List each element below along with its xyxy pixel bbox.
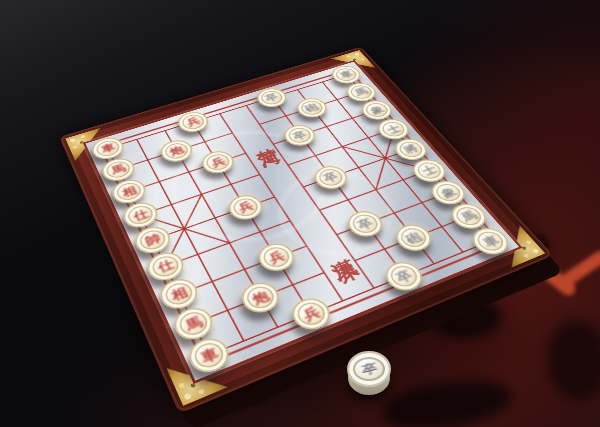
piece-glyph: 卒: [291, 130, 309, 142]
piece-glyph: 車: [480, 233, 501, 248]
red-piece-兵[interactable]: 兵: [286, 294, 336, 335]
piece-glyph: 仕: [132, 208, 150, 222]
black-piece-砲[interactable]: 砲: [390, 221, 438, 256]
scene: 楚河 漢界 車馬相仕帥仕相馬車炮炮兵兵兵兵兵卒卒卒卒卒砲砲車馬象士將士象馬車 卒: [0, 0, 600, 427]
backdrop-ink-blot: [548, 320, 600, 400]
piece-glyph: 將: [402, 143, 420, 155]
piece-glyph: 車: [100, 142, 117, 154]
piece-glyph: 兵: [267, 249, 287, 265]
piece-glyph: 馬: [353, 87, 370, 98]
piece-glyph: 卒: [393, 268, 414, 284]
piece-glyph: 士: [420, 164, 439, 177]
black-piece-卒[interactable]: 卒: [252, 85, 290, 110]
piece-glyph: 相: [169, 285, 189, 302]
black-piece-卒[interactable]: 卒: [379, 258, 429, 296]
piece-glyph: 象: [369, 105, 386, 116]
piece-glyph: 兵: [301, 305, 323, 323]
piece-glyph: 馬: [110, 163, 127, 176]
piece-glyph: 卒: [355, 217, 375, 232]
spare-piece-glyph: 卒: [360, 359, 378, 378]
piece-glyph: 仕: [156, 258, 176, 274]
black-piece-砲[interactable]: 砲: [292, 95, 331, 120]
piece-glyph: 砲: [303, 102, 320, 113]
piece-glyph: 士: [385, 123, 403, 135]
red-piece-兵[interactable]: 兵: [253, 239, 300, 275]
black-piece-車[interactable]: 車: [466, 224, 515, 259]
piece-glyph: 炮: [168, 145, 185, 157]
red-piece-兵[interactable]: 兵: [198, 148, 239, 177]
piece-glyph: 炮: [250, 289, 271, 306]
black-piece-卒[interactable]: 卒: [342, 207, 388, 241]
piece-glyph: 象: [439, 186, 459, 200]
piece-glyph: 兵: [209, 156, 227, 169]
off-board-piece[interactable]: 卒: [347, 351, 391, 395]
red-piece-兵[interactable]: 兵: [224, 191, 268, 223]
piece-glyph: 車: [198, 345, 220, 364]
piece-glyph: 卒: [263, 92, 280, 103]
red-piece-炮[interactable]: 炮: [157, 137, 197, 165]
red-piece-兵[interactable]: 兵: [174, 109, 213, 135]
piece-glyph: 兵: [185, 116, 202, 127]
black-piece-卒[interactable]: 卒: [309, 163, 352, 193]
red-piece-炮[interactable]: 炮: [236, 278, 285, 318]
piece-glyph: 馬: [459, 209, 479, 223]
piece-glyph: 兵: [236, 200, 255, 214]
black-piece-卒[interactable]: 卒: [279, 122, 320, 149]
piece-top-face: 卒: [347, 351, 391, 387]
piece-glyph: 車: [338, 70, 354, 80]
piece-glyph: 卒: [321, 171, 340, 184]
piece-glyph: 帥: [143, 232, 162, 247]
piece-glyph: 砲: [403, 230, 424, 245]
piece-glyph: 相: [120, 185, 138, 199]
piece-glyph: 馬: [183, 314, 204, 332]
